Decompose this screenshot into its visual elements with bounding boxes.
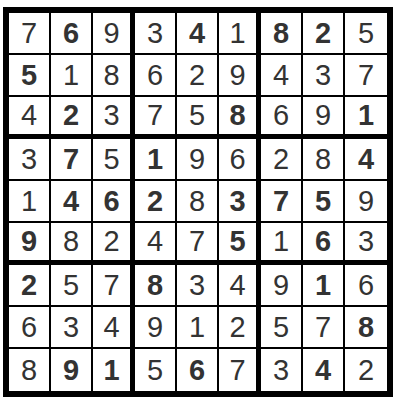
- sudoku-board: 7693418255186294374237586913751962841462…: [3, 7, 393, 397]
- cell-r5c4[interactable]: 2: [135, 181, 177, 223]
- cell-r8c4[interactable]: 9: [135, 307, 177, 349]
- cell-r9c1[interactable]: 8: [9, 349, 51, 391]
- cell-r7c2[interactable]: 5: [51, 265, 93, 307]
- cell-r5c2[interactable]: 4: [51, 181, 93, 223]
- cell-r7c9[interactable]: 6: [345, 265, 387, 307]
- cell-r4c5[interactable]: 9: [177, 139, 219, 181]
- cell-r2c4[interactable]: 6: [135, 55, 177, 97]
- cell-r1c8[interactable]: 2: [303, 13, 345, 55]
- cell-r8c8[interactable]: 7: [303, 307, 345, 349]
- cell-r6c6[interactable]: 5: [219, 223, 261, 265]
- cell-r2c8[interactable]: 3: [303, 55, 345, 97]
- cell-r4c2[interactable]: 7: [51, 139, 93, 181]
- cell-r9c6[interactable]: 7: [219, 349, 261, 391]
- cell-r1c3[interactable]: 9: [93, 13, 135, 55]
- cell-r3c1[interactable]: 4: [9, 97, 51, 139]
- cell-r3c7[interactable]: 6: [261, 97, 303, 139]
- cell-r9c5[interactable]: 6: [177, 349, 219, 391]
- cell-r3c3[interactable]: 3: [93, 97, 135, 139]
- cell-r3c5[interactable]: 5: [177, 97, 219, 139]
- cell-r2c9[interactable]: 7: [345, 55, 387, 97]
- cell-r9c9[interactable]: 2: [345, 349, 387, 391]
- cell-r2c5[interactable]: 2: [177, 55, 219, 97]
- cell-r5c3[interactable]: 6: [93, 181, 135, 223]
- cell-r9c4[interactable]: 5: [135, 349, 177, 391]
- cell-r4c1[interactable]: 3: [9, 139, 51, 181]
- cell-r7c8[interactable]: 1: [303, 265, 345, 307]
- cell-r6c8[interactable]: 6: [303, 223, 345, 265]
- cell-r6c1[interactable]: 9: [9, 223, 51, 265]
- cell-r4c3[interactable]: 5: [93, 139, 135, 181]
- cell-r6c4[interactable]: 4: [135, 223, 177, 265]
- cell-r3c8[interactable]: 9: [303, 97, 345, 139]
- cell-r8c3[interactable]: 4: [93, 307, 135, 349]
- cell-r3c9[interactable]: 1: [345, 97, 387, 139]
- cell-r7c5[interactable]: 3: [177, 265, 219, 307]
- cell-r3c6[interactable]: 8: [219, 97, 261, 139]
- cell-r1c7[interactable]: 8: [261, 13, 303, 55]
- cell-r3c2[interactable]: 2: [51, 97, 93, 139]
- cell-r8c6[interactable]: 2: [219, 307, 261, 349]
- cell-r1c2[interactable]: 6: [51, 13, 93, 55]
- cell-r9c8[interactable]: 4: [303, 349, 345, 391]
- cell-r8c7[interactable]: 5: [261, 307, 303, 349]
- cell-r9c7[interactable]: 3: [261, 349, 303, 391]
- cell-r2c1[interactable]: 5: [9, 55, 51, 97]
- cell-r2c2[interactable]: 1: [51, 55, 93, 97]
- cell-r4c4[interactable]: 1: [135, 139, 177, 181]
- cell-r5c9[interactable]: 9: [345, 181, 387, 223]
- cell-r5c1[interactable]: 1: [9, 181, 51, 223]
- cell-r7c3[interactable]: 7: [93, 265, 135, 307]
- cell-r9c3[interactable]: 1: [93, 349, 135, 391]
- cell-r6c9[interactable]: 3: [345, 223, 387, 265]
- cell-r8c1[interactable]: 6: [9, 307, 51, 349]
- cell-r4c9[interactable]: 4: [345, 139, 387, 181]
- cell-r8c2[interactable]: 3: [51, 307, 93, 349]
- cell-r7c6[interactable]: 4: [219, 265, 261, 307]
- cell-r1c4[interactable]: 3: [135, 13, 177, 55]
- cell-r5c6[interactable]: 3: [219, 181, 261, 223]
- cell-r4c7[interactable]: 2: [261, 139, 303, 181]
- cell-r7c7[interactable]: 9: [261, 265, 303, 307]
- cell-r8c5[interactable]: 1: [177, 307, 219, 349]
- cell-r4c8[interactable]: 8: [303, 139, 345, 181]
- cell-r2c7[interactable]: 4: [261, 55, 303, 97]
- cell-r6c3[interactable]: 2: [93, 223, 135, 265]
- cell-r2c3[interactable]: 8: [93, 55, 135, 97]
- cell-r5c5[interactable]: 8: [177, 181, 219, 223]
- cell-r2c6[interactable]: 9: [219, 55, 261, 97]
- cell-r5c8[interactable]: 5: [303, 181, 345, 223]
- cell-r9c2[interactable]: 9: [51, 349, 93, 391]
- cell-r1c1[interactable]: 7: [9, 13, 51, 55]
- cell-r1c9[interactable]: 5: [345, 13, 387, 55]
- cell-r1c5[interactable]: 4: [177, 13, 219, 55]
- cell-r8c9[interactable]: 8: [345, 307, 387, 349]
- cell-r6c7[interactable]: 1: [261, 223, 303, 265]
- cell-r7c4[interactable]: 8: [135, 265, 177, 307]
- cell-r3c4[interactable]: 7: [135, 97, 177, 139]
- cell-r6c2[interactable]: 8: [51, 223, 93, 265]
- sudoku-page: 7693418255186294374237586913751962841462…: [0, 0, 405, 413]
- cell-r5c7[interactable]: 7: [261, 181, 303, 223]
- cell-r7c1[interactable]: 2: [9, 265, 51, 307]
- cell-r4c6[interactable]: 6: [219, 139, 261, 181]
- cell-r1c6[interactable]: 1: [219, 13, 261, 55]
- cell-r6c5[interactable]: 7: [177, 223, 219, 265]
